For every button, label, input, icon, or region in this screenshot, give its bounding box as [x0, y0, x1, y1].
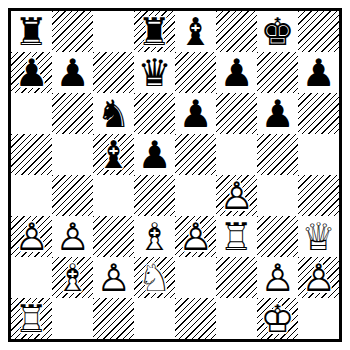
piece-bP[interactable]: ♟ — [298, 52, 339, 93]
square-b4[interactable] — [52, 175, 93, 216]
square-c4[interactable] — [93, 175, 134, 216]
square-d8[interactable]: ♜ — [134, 11, 175, 52]
square-h1[interactable] — [298, 298, 339, 339]
piece-bP[interactable]: ♟ — [257, 93, 298, 134]
black-piece-glyph: ♟ — [257, 93, 298, 134]
square-b7[interactable]: ♟ — [52, 52, 93, 93]
white-piece-outline-layer: ♙ — [257, 257, 298, 298]
white-piece-fill-layer: ♟ — [175, 216, 216, 257]
white-piece-outline-layer: ♔ — [257, 298, 298, 339]
white-piece-outline-layer: ♙ — [216, 175, 257, 216]
piece-wB[interactable]: ♝♗ — [52, 257, 93, 298]
square-g1[interactable]: ♚♔ — [257, 298, 298, 339]
piece-wP[interactable]: ♟♙ — [52, 216, 93, 257]
white-piece-fill-layer: ♞ — [134, 257, 175, 298]
square-d2[interactable]: ♞♘ — [134, 257, 175, 298]
piece-bP[interactable]: ♟ — [52, 52, 93, 93]
square-e7[interactable] — [175, 52, 216, 93]
piece-bP[interactable]: ♟ — [11, 52, 52, 93]
square-f5[interactable] — [216, 134, 257, 175]
square-b1[interactable] — [52, 298, 93, 339]
square-e8[interactable]: ♝ — [175, 11, 216, 52]
square-e5[interactable] — [175, 134, 216, 175]
white-piece-outline-layer: ♙ — [11, 216, 52, 257]
square-a8[interactable]: ♜ — [11, 11, 52, 52]
black-piece-glyph: ♚ — [257, 11, 298, 52]
square-f7[interactable]: ♟ — [216, 52, 257, 93]
white-piece-outline-layer: ♙ — [175, 216, 216, 257]
white-piece-fill-layer: ♟ — [93, 257, 134, 298]
square-c5[interactable]: ♝ — [93, 134, 134, 175]
square-c2[interactable]: ♟♙ — [93, 257, 134, 298]
square-b8[interactable] — [52, 11, 93, 52]
white-piece-outline-layer: ♙ — [298, 257, 339, 298]
square-a1[interactable]: ♜♖ — [11, 298, 52, 339]
black-piece-glyph: ♛ — [134, 52, 175, 93]
square-a7[interactable]: ♟ — [11, 52, 52, 93]
square-b3[interactable]: ♟♙ — [52, 216, 93, 257]
chess-board: ♜♜♝♚♟♟♛♟♟♞♟♟♝♟♟♙♟♙♟♙♝♗♟♙♜♖♛♕♝♗♟♙♞♘♟♙♟♙♜♖… — [11, 11, 339, 339]
black-piece-glyph: ♟ — [298, 52, 339, 93]
black-piece-glyph: ♝ — [175, 11, 216, 52]
square-d7[interactable]: ♛ — [134, 52, 175, 93]
white-piece-outline-layer: ♖ — [11, 298, 52, 339]
square-f8[interactable] — [216, 11, 257, 52]
piece-bP[interactable]: ♟ — [175, 93, 216, 134]
piece-wQ[interactable]: ♛♕ — [298, 216, 339, 257]
square-g2[interactable]: ♟♙ — [257, 257, 298, 298]
piece-wP[interactable]: ♟♙ — [11, 216, 52, 257]
white-piece-outline-layer: ♙ — [52, 216, 93, 257]
black-piece-glyph: ♟ — [175, 93, 216, 134]
white-piece-fill-layer: ♜ — [11, 298, 52, 339]
square-a4[interactable] — [11, 175, 52, 216]
white-piece-outline-layer: ♙ — [93, 257, 134, 298]
white-piece-fill-layer: ♝ — [134, 216, 175, 257]
black-piece-glyph: ♟ — [216, 52, 257, 93]
piece-wP[interactable]: ♟♙ — [175, 216, 216, 257]
square-d4[interactable] — [134, 175, 175, 216]
white-piece-fill-layer: ♟ — [257, 257, 298, 298]
square-b2[interactable]: ♝♗ — [52, 257, 93, 298]
square-e4[interactable] — [175, 175, 216, 216]
piece-wP[interactable]: ♟♙ — [298, 257, 339, 298]
white-piece-fill-layer: ♛ — [298, 216, 339, 257]
square-g3[interactable] — [257, 216, 298, 257]
white-piece-fill-layer: ♟ — [52, 216, 93, 257]
piece-bQ[interactable]: ♛ — [134, 52, 175, 93]
square-b5[interactable] — [52, 134, 93, 175]
white-piece-fill-layer: ♚ — [257, 298, 298, 339]
square-h2[interactable]: ♟♙ — [298, 257, 339, 298]
square-g4[interactable] — [257, 175, 298, 216]
piece-wP[interactable]: ♟♙ — [257, 257, 298, 298]
white-piece-fill-layer: ♟ — [216, 175, 257, 216]
square-c7[interactable] — [93, 52, 134, 93]
square-h8[interactable] — [298, 11, 339, 52]
square-c1[interactable] — [93, 298, 134, 339]
square-d1[interactable] — [134, 298, 175, 339]
piece-bK[interactable]: ♚ — [257, 11, 298, 52]
square-a5[interactable] — [11, 134, 52, 175]
piece-bP[interactable]: ♟ — [216, 52, 257, 93]
square-a6[interactable] — [11, 93, 52, 134]
black-piece-glyph: ♜ — [134, 11, 175, 52]
square-f3[interactable]: ♜♖ — [216, 216, 257, 257]
white-piece-fill-layer: ♟ — [11, 216, 52, 257]
piece-bR[interactable]: ♜ — [11, 11, 52, 52]
square-h6[interactable] — [298, 93, 339, 134]
board-frame: ♜♜♝♚♟♟♛♟♟♞♟♟♝♟♟♙♟♙♟♙♝♗♟♙♜♖♛♕♝♗♟♙♞♘♟♙♟♙♜♖… — [8, 8, 342, 342]
square-g6[interactable]: ♟ — [257, 93, 298, 134]
square-c6[interactable]: ♞ — [93, 93, 134, 134]
white-piece-outline-layer: ♕ — [298, 216, 339, 257]
piece-bR[interactable]: ♜ — [134, 11, 175, 52]
square-d5[interactable]: ♟ — [134, 134, 175, 175]
piece-wP[interactable]: ♟♙ — [216, 175, 257, 216]
square-d3[interactable]: ♝♗ — [134, 216, 175, 257]
piece-wR[interactable]: ♜♖ — [11, 298, 52, 339]
square-f4[interactable]: ♟♙ — [216, 175, 257, 216]
square-h5[interactable] — [298, 134, 339, 175]
piece-wR[interactable]: ♜♖ — [216, 216, 257, 257]
piece-wP[interactable]: ♟♙ — [93, 257, 134, 298]
white-piece-outline-layer: ♗ — [134, 216, 175, 257]
black-piece-glyph: ♜ — [11, 11, 52, 52]
square-f1[interactable] — [216, 298, 257, 339]
square-f2[interactable] — [216, 257, 257, 298]
square-h7[interactable]: ♟ — [298, 52, 339, 93]
square-g8[interactable]: ♚ — [257, 11, 298, 52]
black-piece-glyph: ♟ — [52, 52, 93, 93]
square-d6[interactable] — [134, 93, 175, 134]
white-piece-fill-layer: ♜ — [216, 216, 257, 257]
piece-bP[interactable]: ♟ — [134, 134, 175, 175]
black-piece-glyph: ♟ — [134, 134, 175, 175]
square-e2[interactable] — [175, 257, 216, 298]
black-piece-glyph: ♝ — [93, 134, 134, 175]
black-piece-glyph: ♟ — [11, 52, 52, 93]
square-h3[interactable]: ♛♕ — [298, 216, 339, 257]
piece-bB[interactable]: ♝ — [175, 11, 216, 52]
square-f6[interactable] — [216, 93, 257, 134]
white-piece-fill-layer: ♝ — [52, 257, 93, 298]
square-a2[interactable] — [11, 257, 52, 298]
white-piece-outline-layer: ♘ — [134, 257, 175, 298]
square-g5[interactable] — [257, 134, 298, 175]
piece-wK[interactable]: ♚♔ — [257, 298, 298, 339]
piece-bB[interactable]: ♝ — [93, 134, 134, 175]
square-h4[interactable] — [298, 175, 339, 216]
square-e3[interactable]: ♟♙ — [175, 216, 216, 257]
square-b6[interactable] — [52, 93, 93, 134]
white-piece-outline-layer: ♗ — [52, 257, 93, 298]
piece-bN[interactable]: ♞ — [93, 93, 134, 134]
square-e1[interactable] — [175, 298, 216, 339]
piece-wN[interactable]: ♞♘ — [134, 257, 175, 298]
piece-wB[interactable]: ♝♗ — [134, 216, 175, 257]
square-g7[interactable] — [257, 52, 298, 93]
white-piece-outline-layer: ♖ — [216, 216, 257, 257]
square-a3[interactable]: ♟♙ — [11, 216, 52, 257]
square-c3[interactable] — [93, 216, 134, 257]
square-e6[interactable]: ♟ — [175, 93, 216, 134]
square-c8[interactable] — [93, 11, 134, 52]
white-piece-fill-layer: ♟ — [298, 257, 339, 298]
black-piece-glyph: ♞ — [93, 93, 134, 134]
